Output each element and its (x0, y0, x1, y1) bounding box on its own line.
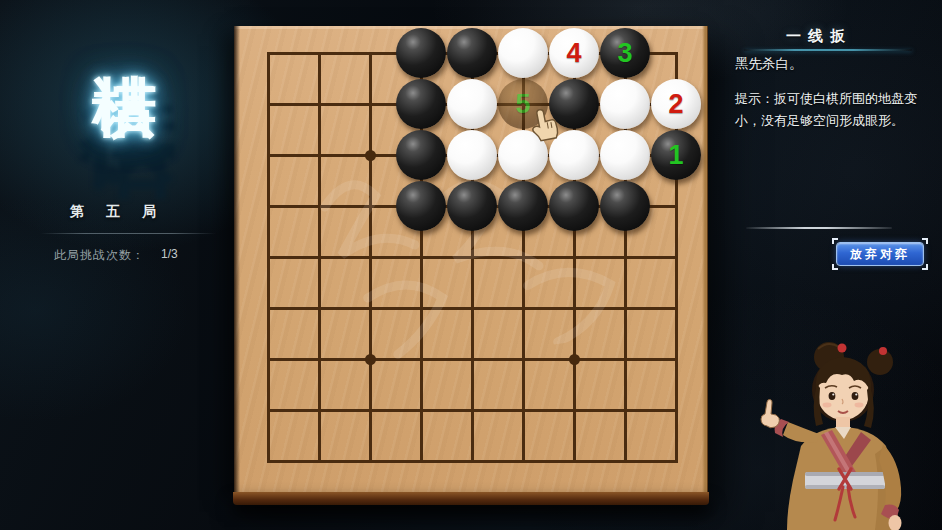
stone-white (600, 130, 650, 180)
stone-black (498, 181, 548, 231)
give-up-button[interactable]: 放弃对弈 (837, 243, 923, 265)
grid-line-horizontal (267, 409, 678, 412)
button-corner-bracket (922, 264, 928, 270)
button-corner-bracket (832, 238, 838, 244)
stone-black (396, 28, 446, 78)
stone-black (447, 28, 497, 78)
board-front-edge (233, 492, 709, 505)
attempts-value: 1/3 (161, 247, 178, 264)
move-number-label: 4 (549, 28, 599, 78)
stone-white (498, 28, 548, 78)
left-panel-divider (40, 233, 216, 234)
stone-black (600, 181, 650, 231)
stone-black (549, 79, 599, 129)
npc-girl-illustration (746, 336, 934, 530)
stone-white (498, 130, 548, 180)
objective-text: 黑先杀白。 (735, 55, 935, 73)
round-title: 第 五 局 (10, 203, 225, 221)
stone-white: 2 (651, 79, 701, 129)
stone-black (549, 181, 599, 231)
board-grid[interactable]: 43521 (268, 53, 676, 461)
stone-white (447, 130, 497, 180)
move-number-label: 3 (600, 28, 650, 78)
go-board[interactable]: 43521 (234, 26, 708, 492)
grid-line-horizontal (267, 307, 678, 310)
grid-line-horizontal (267, 460, 678, 463)
screen: 诘棋 诘棋 第 五 局 此局挑战次数： 1/3 43521 一线扳 黑先杀白。 … (0, 0, 942, 530)
stone-black (447, 181, 497, 231)
puzzle-name-title: 一线扳 (729, 27, 909, 46)
stone-black: 3 (600, 28, 650, 78)
board-left-bevel (234, 26, 240, 492)
move-number-label: 1 (651, 130, 701, 180)
right-panel-divider (746, 227, 892, 229)
stone-white (549, 130, 599, 180)
star-point (365, 150, 376, 161)
attempts-counter: 此局挑战次数： 1/3 (54, 247, 178, 264)
title-underline (744, 49, 912, 51)
attempts-label: 此局挑战次数： (54, 247, 145, 264)
hint-text: 提示：扳可使白棋所围的地盘变小，没有足够空间形成眼形。 (735, 88, 936, 132)
button-corner-bracket (832, 264, 838, 270)
stone-white (447, 79, 497, 129)
puzzle-title-calligraphy: 诘棋 (86, 22, 158, 26)
give-up-button-label: 放弃对弈 (850, 246, 910, 263)
grid-line-horizontal (267, 358, 678, 361)
stone-black (396, 79, 446, 129)
button-corner-bracket (922, 238, 928, 244)
stone-black (396, 181, 446, 231)
board-right-bevel (702, 26, 708, 492)
star-point (569, 354, 580, 365)
stone-white: 4 (549, 28, 599, 78)
ghost-stone-pending-move[interactable]: 5 (498, 79, 548, 129)
stone-black: 1 (651, 130, 701, 180)
stone-white (600, 79, 650, 129)
star-point (365, 354, 376, 365)
stone-black (396, 130, 446, 180)
move-number-label: 2 (651, 79, 701, 129)
move-number-label: 5 (498, 79, 548, 129)
